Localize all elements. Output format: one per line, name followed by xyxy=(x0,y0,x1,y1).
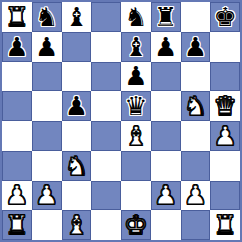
black-pawn[interactable]: ♟ xyxy=(5,34,28,60)
white-bishop[interactable]: ♝ xyxy=(65,212,88,238)
white-pawn[interactable]: ♟ xyxy=(35,182,58,208)
square-b6[interactable] xyxy=(32,62,62,92)
square-d8[interactable] xyxy=(91,2,121,32)
square-b2[interactable]: ♟ xyxy=(32,181,62,211)
square-a5[interactable] xyxy=(2,91,32,121)
square-d5[interactable] xyxy=(91,91,121,121)
square-f2[interactable]: ♟ xyxy=(151,181,181,211)
square-d1[interactable] xyxy=(91,210,121,240)
white-knight[interactable]: ♞ xyxy=(65,153,88,179)
square-h2[interactable] xyxy=(210,181,240,211)
black-bishop[interactable]: ♝ xyxy=(65,4,88,30)
square-b7[interactable]: ♟ xyxy=(32,32,62,62)
black-pawn[interactable]: ♟ xyxy=(35,34,58,60)
square-h6[interactable] xyxy=(210,62,240,92)
square-b5[interactable] xyxy=(32,91,62,121)
white-bishop[interactable]: ♝ xyxy=(124,123,147,149)
square-a3[interactable] xyxy=(2,151,32,181)
square-e2[interactable] xyxy=(121,181,151,211)
black-pawn[interactable]: ♟ xyxy=(65,93,88,119)
square-h8[interactable]: ♚ xyxy=(210,2,240,32)
black-pawn[interactable]: ♟ xyxy=(184,34,207,60)
square-d4[interactable] xyxy=(91,121,121,151)
square-e5[interactable]: ♛ xyxy=(121,91,151,121)
white-pawn[interactable]: ♟ xyxy=(5,182,28,208)
black-king[interactable]: ♚ xyxy=(213,4,236,30)
square-f8[interactable]: ♜ xyxy=(151,2,181,32)
square-c7[interactable] xyxy=(62,32,92,62)
square-e8[interactable]: ♞ xyxy=(121,2,151,32)
white-knight[interactable]: ♞ xyxy=(184,93,207,119)
square-a4[interactable] xyxy=(2,121,32,151)
square-d2[interactable] xyxy=(91,181,121,211)
square-g8[interactable] xyxy=(181,2,211,32)
square-e1[interactable]: ♚ xyxy=(121,210,151,240)
square-c3[interactable]: ♞ xyxy=(62,151,92,181)
black-queen[interactable]: ♛ xyxy=(124,93,147,119)
square-g3[interactable] xyxy=(181,151,211,181)
square-e6[interactable]: ♟ xyxy=(121,62,151,92)
square-h3[interactable] xyxy=(210,151,240,181)
white-queen[interactable]: ♛ xyxy=(213,93,236,119)
square-c1[interactable]: ♝ xyxy=(62,210,92,240)
black-knight[interactable]: ♞ xyxy=(124,4,147,30)
square-a8[interactable]: ♜ xyxy=(2,2,32,32)
square-g2[interactable]: ♟ xyxy=(181,181,211,211)
black-pawn[interactable]: ♟ xyxy=(124,63,147,89)
square-g4[interactable] xyxy=(181,121,211,151)
black-pawn[interactable]: ♟ xyxy=(154,34,177,60)
square-h4[interactable]: ♟ xyxy=(210,121,240,151)
square-d7[interactable] xyxy=(91,32,121,62)
square-h7[interactable] xyxy=(210,32,240,62)
square-d3[interactable] xyxy=(91,151,121,181)
square-h5[interactable]: ♛ xyxy=(210,91,240,121)
white-pawn[interactable]: ♟ xyxy=(184,182,207,208)
white-rook[interactable]: ♜ xyxy=(213,212,236,238)
white-rook[interactable]: ♜ xyxy=(5,212,28,238)
square-c8[interactable]: ♝ xyxy=(62,2,92,32)
square-d6[interactable] xyxy=(91,62,121,92)
white-pawn[interactable]: ♟ xyxy=(154,182,177,208)
square-e7[interactable]: ♝ xyxy=(121,32,151,62)
square-a6[interactable] xyxy=(2,62,32,92)
white-rook[interactable]: ♜ xyxy=(5,4,28,30)
white-pawn[interactable]: ♟ xyxy=(213,123,236,149)
chess-board: ♜♞♝♞♜♚♟♟♝♟♟♟♟♛♞♛♝♟♞♟♟♟♟♜♝♚♜ xyxy=(0,0,242,242)
black-knight[interactable]: ♞ xyxy=(35,4,58,30)
square-a7[interactable]: ♟ xyxy=(2,32,32,62)
square-b8[interactable]: ♞ xyxy=(32,2,62,32)
square-f3[interactable] xyxy=(151,151,181,181)
square-c6[interactable] xyxy=(62,62,92,92)
square-f4[interactable] xyxy=(151,121,181,151)
black-bishop[interactable]: ♝ xyxy=(124,34,147,60)
square-c5[interactable]: ♟ xyxy=(62,91,92,121)
square-f7[interactable]: ♟ xyxy=(151,32,181,62)
square-g1[interactable] xyxy=(181,210,211,240)
square-b1[interactable] xyxy=(32,210,62,240)
square-a2[interactable]: ♟ xyxy=(2,181,32,211)
square-c2[interactable] xyxy=(62,181,92,211)
square-f5[interactable] xyxy=(151,91,181,121)
black-rook[interactable]: ♜ xyxy=(154,4,177,30)
square-c4[interactable] xyxy=(62,121,92,151)
square-a1[interactable]: ♜ xyxy=(2,210,32,240)
square-h1[interactable]: ♜ xyxy=(210,210,240,240)
square-f6[interactable] xyxy=(151,62,181,92)
square-g6[interactable] xyxy=(181,62,211,92)
square-g7[interactable]: ♟ xyxy=(181,32,211,62)
square-e3[interactable] xyxy=(121,151,151,181)
square-b3[interactable] xyxy=(32,151,62,181)
square-f1[interactable] xyxy=(151,210,181,240)
square-g5[interactable]: ♞ xyxy=(181,91,211,121)
white-king[interactable]: ♚ xyxy=(124,212,147,238)
square-b4[interactable] xyxy=(32,121,62,151)
square-e4[interactable]: ♝ xyxy=(121,121,151,151)
